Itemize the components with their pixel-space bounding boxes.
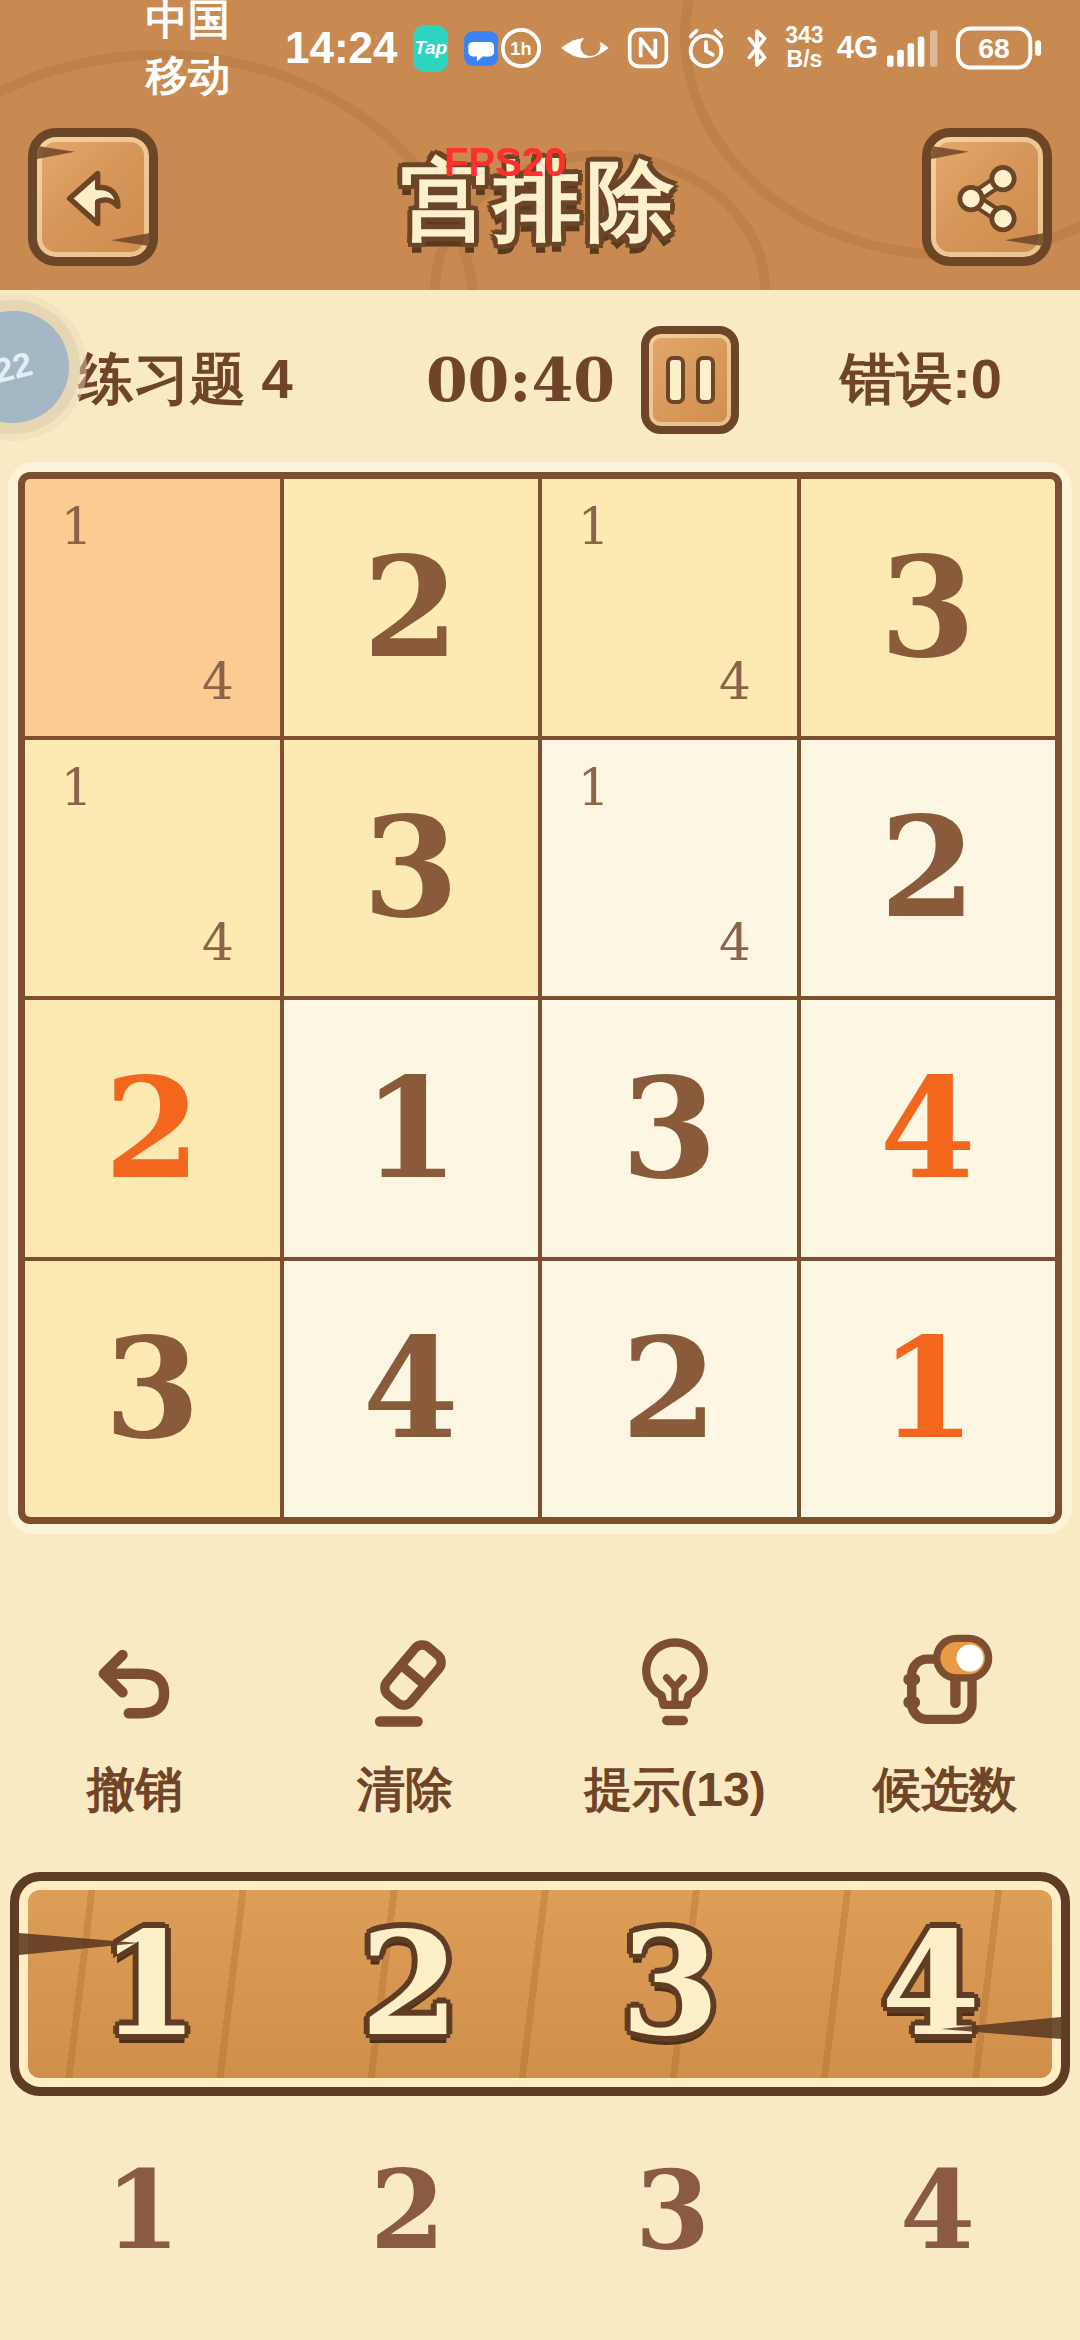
status-icons: 1h 343B/s 4G 68 (498, 24, 1042, 72)
pencil-mark-1: 1 (578, 763, 610, 813)
pencil-keypad-3[interactable]: 3 (540, 2147, 805, 2273)
board-panel: 14214314314221343421 (8, 462, 1072, 1534)
grid-cell-r0c1[interactable]: 2 (284, 479, 539, 736)
timer-group: 00:40 (426, 326, 739, 434)
pencil-keypad-1[interactable]: 1 (10, 2147, 275, 2273)
share-icon (947, 157, 1027, 237)
clear-button[interactable]: 清除 (270, 1614, 540, 1864)
pencil-mark-4: 4 (719, 657, 751, 707)
grid-cell-r0c0[interactable]: 14 (25, 479, 280, 736)
candidates-toggle-icon (893, 1630, 997, 1734)
hint-button[interactable]: 提示(13) (540, 1614, 810, 1864)
pencil-keypad-4[interactable]: 4 (805, 2147, 1070, 2273)
floating-badge-label: 22 (0, 344, 36, 391)
tap-app-icon: Tap (413, 25, 447, 72)
pencil-mark-1: 1 (61, 763, 93, 813)
undo-button[interactable]: 撤销 (0, 1614, 270, 1864)
pencil-keypad-2[interactable]: 2 (275, 2147, 540, 2273)
timer-value: 00:40 (426, 345, 615, 415)
grid-cell-r0c2[interactable]: 14 (542, 479, 797, 736)
candidates-label: 候选数 (873, 1758, 1017, 1822)
grid-cell-r3c2[interactable]: 2 (542, 1261, 797, 1518)
grid-cell-r2c1[interactable]: 1 (284, 1000, 539, 1257)
share-button[interactable] (922, 128, 1052, 266)
grid-cell-r3c1[interactable]: 4 (284, 1261, 539, 1518)
keypad-number-4[interactable]: 4 (801, 1901, 1062, 2067)
fps-overlay: FPS20 (444, 140, 566, 185)
grid-cell-r2c0[interactable]: 2 (25, 1000, 280, 1257)
board-grid: 14214314314221343421 (18, 472, 1062, 1524)
power-saving-icon: 1h (498, 25, 544, 71)
undo-label: 撤销 (87, 1758, 183, 1822)
undo-icon (83, 1630, 187, 1734)
nfc-icon (626, 26, 670, 70)
nav-bar: 宫排除 FPS20 (0, 116, 1080, 272)
keypad-number-2[interactable]: 2 (280, 1901, 541, 2067)
clear-label: 清除 (357, 1758, 453, 1822)
keypad-number-3[interactable]: 3 (540, 1901, 801, 2067)
alarm-icon (683, 25, 729, 71)
network-type-label: 4G (837, 30, 878, 66)
grid-cell-r1c0[interactable]: 14 (25, 740, 280, 997)
pause-icon (696, 356, 715, 404)
bluetooth-icon (742, 25, 772, 71)
info-bar: 练习题 4 00:40 错误:0 (0, 300, 1080, 460)
grid-cell-r2c2[interactable]: 3 (542, 1000, 797, 1257)
grid-cell-r2c3[interactable]: 4 (801, 1000, 1056, 1257)
grid-cell-r1c3[interactable]: 2 (801, 740, 1056, 997)
toolbar: 撤销 清除 提示(13) (0, 1614, 1080, 1864)
grid-cell-r1c1[interactable]: 3 (284, 740, 539, 997)
network-speed: 343B/s (785, 24, 823, 72)
pencil-mark-4: 4 (719, 918, 751, 968)
grid-cell-r0c3[interactable]: 3 (801, 479, 1056, 736)
pause-icon (666, 356, 685, 404)
practice-label: 练习题 4 (78, 342, 293, 418)
signal-bars-icon (887, 27, 943, 69)
wooden-header: 中国移动 14:24 Tap 1h 343B/s 4G 68 (0, 0, 1080, 290)
grid-cell-r1c2[interactable]: 14 (542, 740, 797, 997)
pencil-mark-4: 4 (202, 657, 234, 707)
status-bar: 中国移动 14:24 Tap 1h 343B/s 4G 68 (0, 10, 1080, 86)
pencil-mark-1: 1 (578, 502, 610, 552)
back-arrow-icon (54, 158, 132, 236)
error-counter: 错误:0 (840, 342, 1002, 418)
eraser-icon (353, 1630, 457, 1734)
pencil-mark-4: 4 (202, 918, 234, 968)
grid-cell-r3c0[interactable]: 3 (25, 1261, 280, 1518)
pencil-keypad-row: 1 2 3 4 (10, 2140, 1070, 2280)
svg-text:1h: 1h (511, 39, 532, 59)
candidates-toggle-button[interactable]: 候选数 (810, 1614, 1080, 1864)
lightbulb-icon (623, 1630, 727, 1734)
pause-button[interactable] (641, 326, 739, 434)
messenger-app-icon (464, 25, 498, 72)
status-time: 14:24 (285, 23, 398, 73)
grid-cell-r3c3[interactable]: 1 (801, 1261, 1056, 1518)
svg-text:68: 68 (978, 32, 1010, 64)
pencil-mark-1: 1 (61, 502, 93, 552)
number-keypad-bar: 1 2 3 4 (10, 1872, 1070, 2096)
app-screen: 中国移动 14:24 Tap 1h 343B/s 4G 68 (0, 0, 1080, 2340)
eye-comfort-icon (557, 26, 613, 70)
carrier-label: 中国移动 (146, 0, 269, 104)
battery-icon: 68 (956, 25, 1042, 71)
back-button[interactable] (28, 128, 158, 266)
hint-label: 提示(13) (584, 1758, 765, 1822)
keypad-number-1[interactable]: 1 (19, 1901, 280, 2067)
